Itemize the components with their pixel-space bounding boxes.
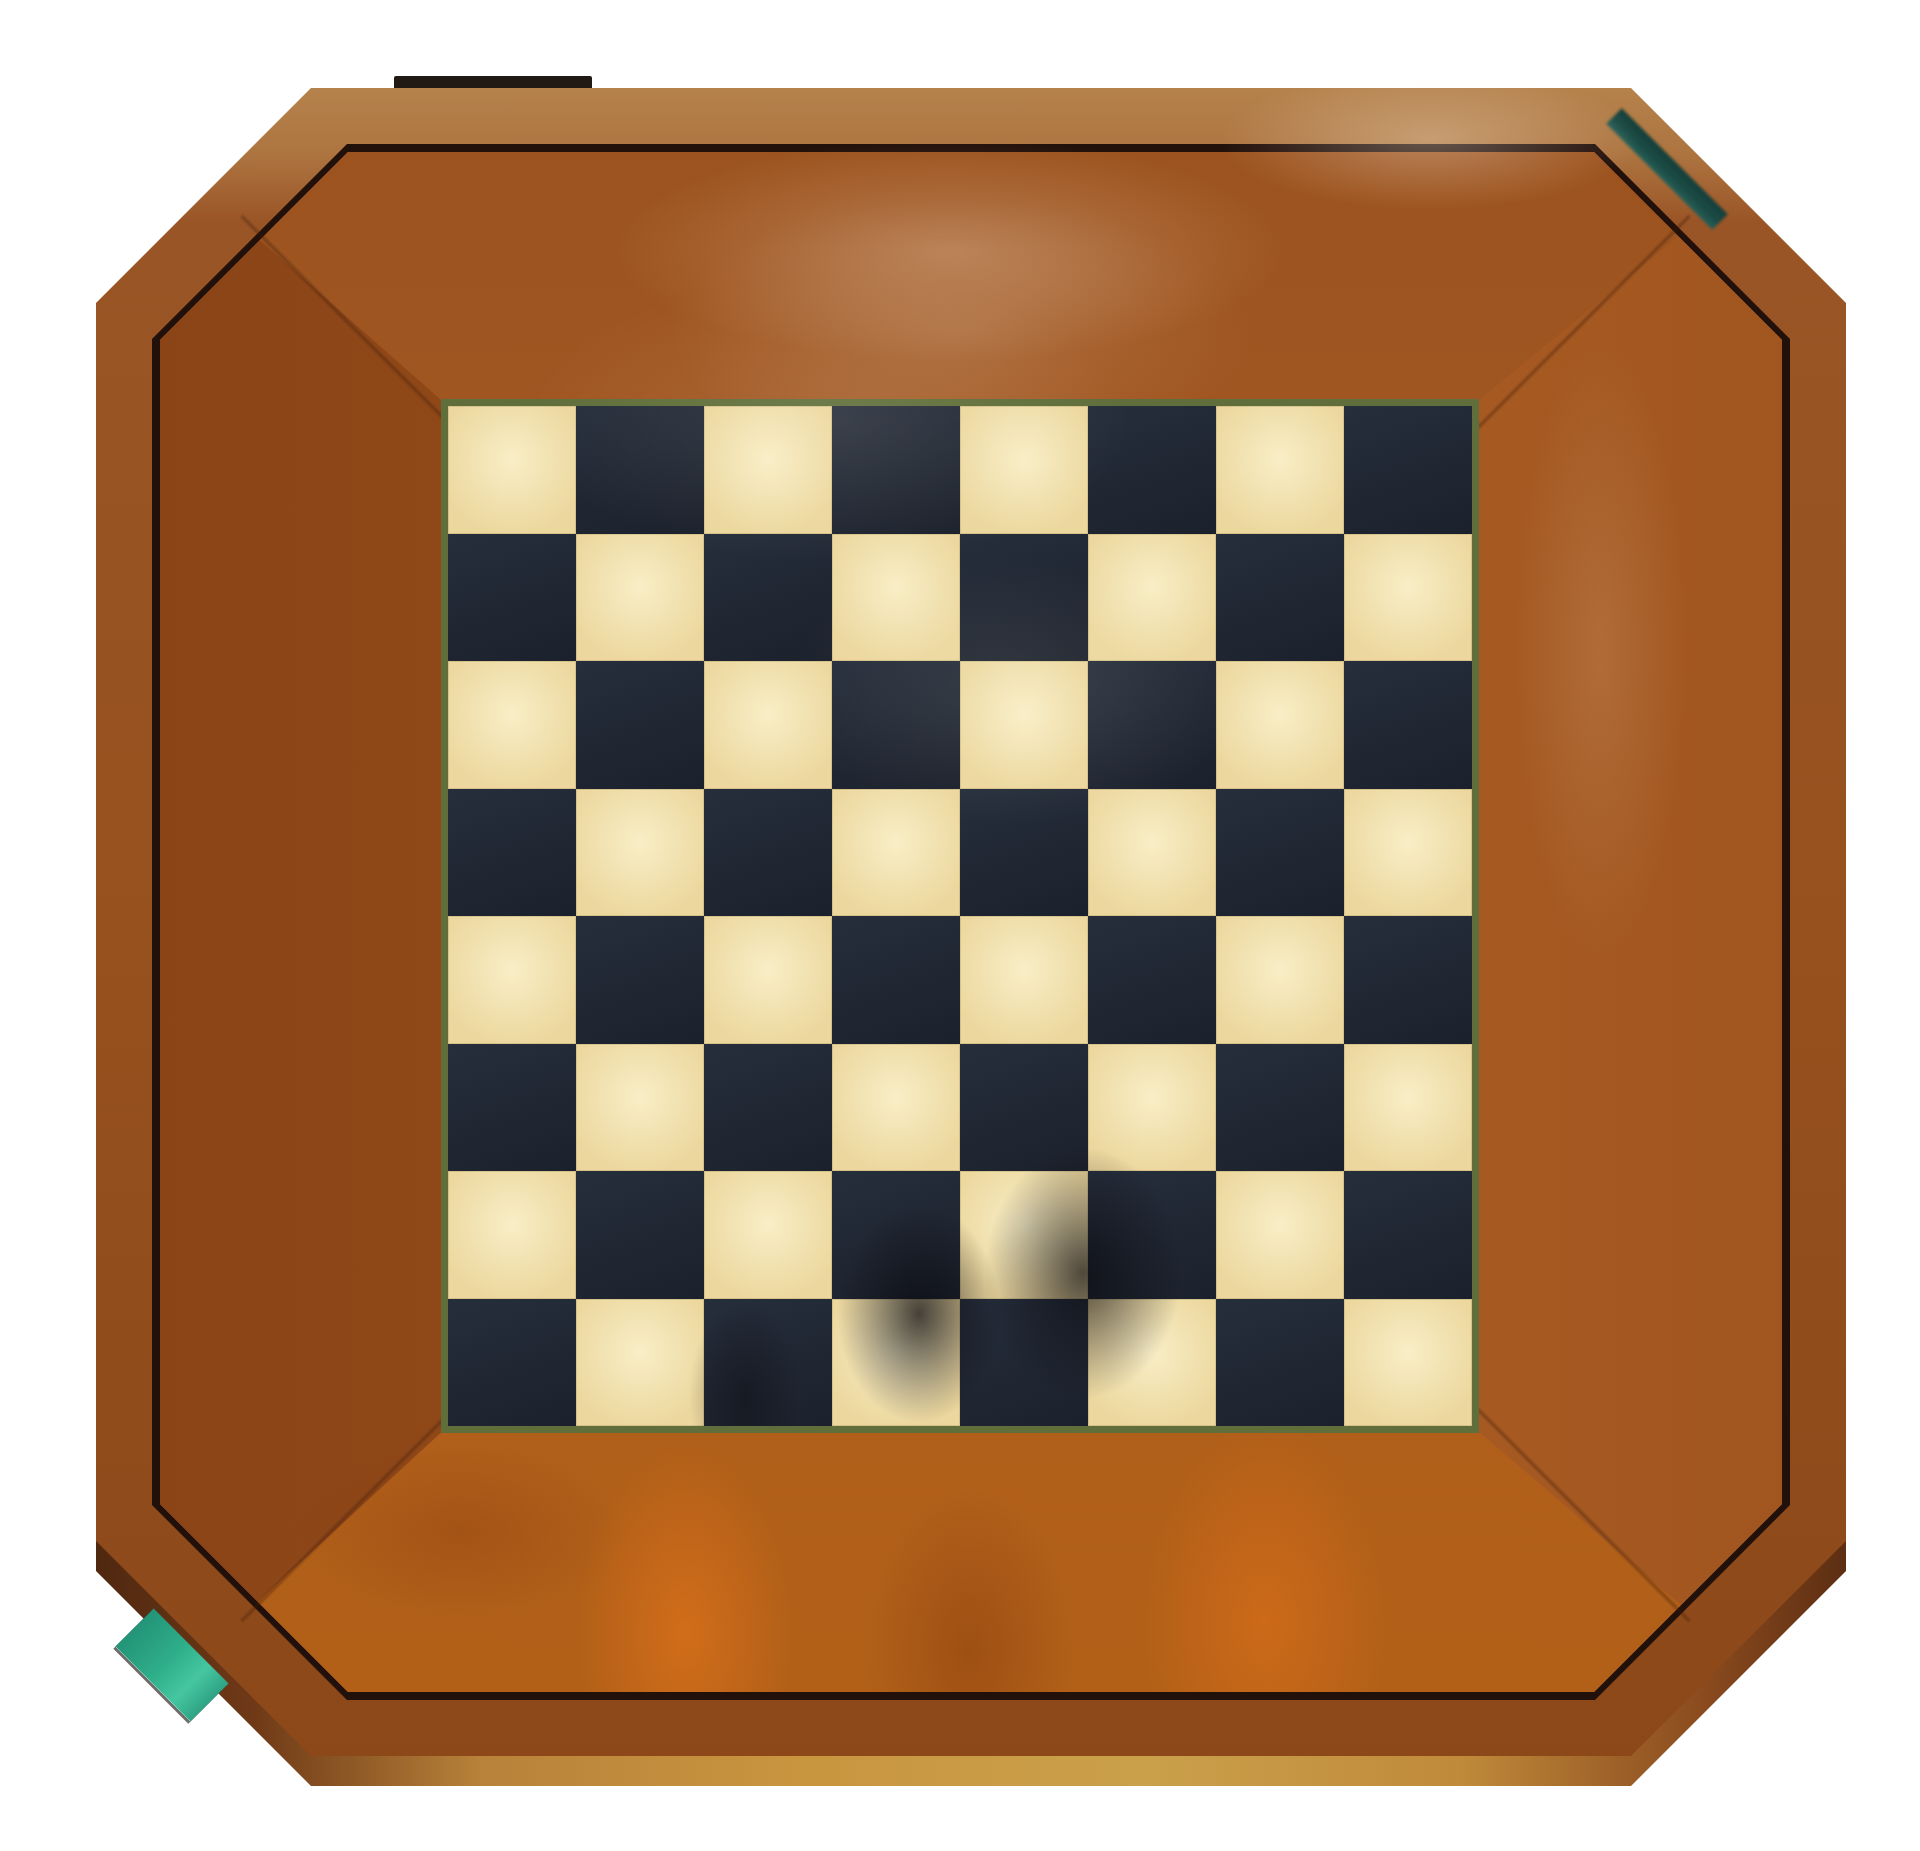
square-c5[interactable] xyxy=(704,789,832,917)
square-d6[interactable] xyxy=(832,661,960,789)
square-c1[interactable] xyxy=(704,1299,832,1427)
square-b2[interactable] xyxy=(576,1171,704,1299)
square-d2[interactable] xyxy=(832,1171,960,1299)
square-g6[interactable] xyxy=(1216,661,1344,789)
square-c7[interactable] xyxy=(704,534,832,662)
square-g5[interactable] xyxy=(1216,789,1344,917)
square-g7[interactable] xyxy=(1216,534,1344,662)
square-h5[interactable] xyxy=(1344,789,1472,917)
square-e7[interactable] xyxy=(960,534,1088,662)
square-e2[interactable] xyxy=(960,1171,1088,1299)
square-c4[interactable] xyxy=(704,916,832,1044)
square-d3[interactable] xyxy=(832,1044,960,1172)
square-c3[interactable] xyxy=(704,1044,832,1172)
square-h8[interactable] xyxy=(1344,406,1472,534)
square-b3[interactable] xyxy=(576,1044,704,1172)
square-a5[interactable] xyxy=(448,789,576,917)
square-c2[interactable] xyxy=(704,1171,832,1299)
square-f3[interactable] xyxy=(1088,1044,1216,1172)
square-e1[interactable] xyxy=(960,1299,1088,1427)
board-border-line xyxy=(441,399,1479,1433)
square-h6[interactable] xyxy=(1344,661,1472,789)
square-e5[interactable] xyxy=(960,789,1088,917)
photo-empty-chess-table: { "game": "chess / checkers (empty board… xyxy=(0,0,1920,1851)
chess-board xyxy=(448,406,1472,1426)
square-a4[interactable] xyxy=(448,916,576,1044)
square-a2[interactable] xyxy=(448,1171,576,1299)
square-f6[interactable] xyxy=(1088,661,1216,789)
square-e3[interactable] xyxy=(960,1044,1088,1172)
square-d4[interactable] xyxy=(832,916,960,1044)
square-b6[interactable] xyxy=(576,661,704,789)
square-a1[interactable] xyxy=(448,1299,576,1427)
square-e4[interactable] xyxy=(960,916,1088,1044)
square-c8[interactable] xyxy=(704,406,832,534)
square-h3[interactable] xyxy=(1344,1044,1472,1172)
square-a8[interactable] xyxy=(448,406,576,534)
square-b4[interactable] xyxy=(576,916,704,1044)
square-f5[interactable] xyxy=(1088,789,1216,917)
square-h4[interactable] xyxy=(1344,916,1472,1044)
square-f7[interactable] xyxy=(1088,534,1216,662)
square-g1[interactable] xyxy=(1216,1299,1344,1427)
square-f1[interactable] xyxy=(1088,1299,1216,1427)
square-h1[interactable] xyxy=(1344,1299,1472,1427)
square-b7[interactable] xyxy=(576,534,704,662)
square-a6[interactable] xyxy=(448,661,576,789)
square-a3[interactable] xyxy=(448,1044,576,1172)
square-d7[interactable] xyxy=(832,534,960,662)
square-c6[interactable] xyxy=(704,661,832,789)
square-g4[interactable] xyxy=(1216,916,1344,1044)
square-g8[interactable] xyxy=(1216,406,1344,534)
square-e6[interactable] xyxy=(960,661,1088,789)
square-b8[interactable] xyxy=(576,406,704,534)
square-b1[interactable] xyxy=(576,1299,704,1427)
square-d8[interactable] xyxy=(832,406,960,534)
square-g2[interactable] xyxy=(1216,1171,1344,1299)
square-f8[interactable] xyxy=(1088,406,1216,534)
square-e8[interactable] xyxy=(960,406,1088,534)
square-b5[interactable] xyxy=(576,789,704,917)
square-f4[interactable] xyxy=(1088,916,1216,1044)
square-f2[interactable] xyxy=(1088,1171,1216,1299)
square-d1[interactable] xyxy=(832,1299,960,1427)
square-g3[interactable] xyxy=(1216,1044,1344,1172)
square-d5[interactable] xyxy=(832,789,960,917)
square-h7[interactable] xyxy=(1344,534,1472,662)
square-a7[interactable] xyxy=(448,534,576,662)
square-h2[interactable] xyxy=(1344,1171,1472,1299)
